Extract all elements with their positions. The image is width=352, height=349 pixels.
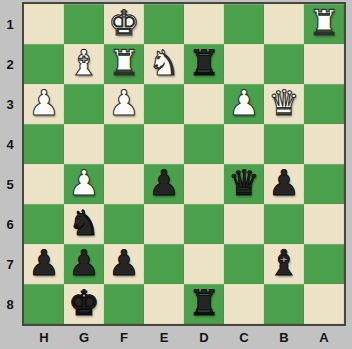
square-e2[interactable]: ♞: [144, 44, 184, 84]
square-d8[interactable]: ♜: [184, 284, 224, 324]
square-f1[interactable]: ♚: [104, 4, 144, 44]
rank-label-6: 6: [0, 204, 20, 244]
square-e6[interactable]: [144, 204, 184, 244]
black-rook[interactable]: ♜: [188, 43, 219, 83]
square-f6[interactable]: [104, 204, 144, 244]
square-c3[interactable]: ♟: [224, 84, 264, 124]
square-b7[interactable]: ♝: [264, 244, 304, 284]
square-g4[interactable]: [64, 124, 104, 164]
chess-board: ♚♜♝♜♞♜♟♟♟♛♟♟♛♟♞♟♟♟♝♚♜: [22, 2, 346, 326]
square-e3[interactable]: [144, 84, 184, 124]
square-b8[interactable]: [264, 284, 304, 324]
square-e7[interactable]: [144, 244, 184, 284]
file-label-g: G: [64, 326, 104, 349]
white-king[interactable]: ♚: [108, 3, 139, 43]
square-h7[interactable]: ♟: [24, 244, 64, 284]
square-d5[interactable]: [184, 164, 224, 204]
chess-diagram: 12345678 ♚♜♝♜♞♜♟♟♟♛♟♟♛♟♞♟♟♟♝♚♜ HGFEDCBA: [0, 0, 352, 349]
square-f5[interactable]: [104, 164, 144, 204]
file-label-h: H: [24, 326, 64, 349]
square-f8[interactable]: [104, 284, 144, 324]
white-queen[interactable]: ♛: [268, 83, 299, 123]
square-h8[interactable]: [24, 284, 64, 324]
square-e8[interactable]: [144, 284, 184, 324]
square-h3[interactable]: ♟: [24, 84, 64, 124]
file-label-e: E: [144, 326, 184, 349]
square-g3[interactable]: [64, 84, 104, 124]
white-rook[interactable]: ♜: [108, 43, 139, 83]
square-a3[interactable]: [304, 84, 344, 124]
square-e4[interactable]: [144, 124, 184, 164]
black-pawn[interactable]: ♟: [148, 163, 179, 203]
black-pawn[interactable]: ♟: [28, 243, 59, 283]
square-c1[interactable]: [224, 4, 264, 44]
white-pawn[interactable]: ♟: [228, 83, 259, 123]
square-g5[interactable]: ♟: [64, 164, 104, 204]
file-label-a: A: [304, 326, 344, 349]
file-label-b: B: [264, 326, 304, 349]
rank-label-7: 7: [0, 244, 20, 284]
square-h5[interactable]: [24, 164, 64, 204]
square-g7[interactable]: ♟: [64, 244, 104, 284]
square-b1[interactable]: [264, 4, 304, 44]
square-d4[interactable]: [184, 124, 224, 164]
square-h4[interactable]: [24, 124, 64, 164]
black-pawn[interactable]: ♟: [108, 243, 139, 283]
square-a4[interactable]: [304, 124, 344, 164]
square-d7[interactable]: [184, 244, 224, 284]
white-pawn[interactable]: ♟: [28, 83, 59, 123]
square-g6[interactable]: ♞: [64, 204, 104, 244]
square-c4[interactable]: [224, 124, 264, 164]
file-label-d: D: [184, 326, 224, 349]
square-d2[interactable]: ♜: [184, 44, 224, 84]
square-c6[interactable]: [224, 204, 264, 244]
square-c8[interactable]: [224, 284, 264, 324]
rank-label-8: 8: [0, 284, 20, 324]
square-f2[interactable]: ♜: [104, 44, 144, 84]
black-knight[interactable]: ♞: [68, 203, 99, 243]
file-labels: HGFEDCBA: [24, 326, 344, 349]
square-f4[interactable]: [104, 124, 144, 164]
white-bishop[interactable]: ♝: [68, 43, 99, 83]
file-label-f: F: [104, 326, 144, 349]
square-b6[interactable]: [264, 204, 304, 244]
square-h1[interactable]: [24, 4, 64, 44]
square-a2[interactable]: [304, 44, 344, 84]
rank-labels: 12345678: [0, 4, 22, 324]
white-pawn[interactable]: ♟: [108, 83, 139, 123]
square-g1[interactable]: [64, 4, 104, 44]
square-d3[interactable]: [184, 84, 224, 124]
square-f3[interactable]: ♟: [104, 84, 144, 124]
square-b5[interactable]: ♟: [264, 164, 304, 204]
white-knight[interactable]: ♞: [148, 43, 179, 83]
file-label-c: C: [224, 326, 264, 349]
black-rook[interactable]: ♜: [188, 283, 219, 323]
square-c7[interactable]: [224, 244, 264, 284]
square-a5[interactable]: [304, 164, 344, 204]
square-b3[interactable]: ♛: [264, 84, 304, 124]
black-bishop[interactable]: ♝: [268, 243, 299, 283]
rank-label-1: 1: [0, 4, 20, 44]
black-king[interactable]: ♚: [68, 283, 99, 323]
square-g2[interactable]: ♝: [64, 44, 104, 84]
white-pawn[interactable]: ♟: [68, 163, 99, 203]
rank-label-5: 5: [0, 164, 20, 204]
black-queen[interactable]: ♛: [228, 163, 259, 203]
square-h6[interactable]: [24, 204, 64, 244]
white-rook[interactable]: ♜: [308, 3, 339, 43]
square-e1[interactable]: [144, 4, 184, 44]
black-pawn[interactable]: ♟: [268, 163, 299, 203]
square-c5[interactable]: ♛: [224, 164, 264, 204]
square-a8[interactable]: [304, 284, 344, 324]
rank-label-4: 4: [0, 124, 20, 164]
square-f7[interactable]: ♟: [104, 244, 144, 284]
square-g8[interactable]: ♚: [64, 284, 104, 324]
black-pawn[interactable]: ♟: [68, 243, 99, 283]
square-h2[interactable]: [24, 44, 64, 84]
square-d6[interactable]: [184, 204, 224, 244]
square-a7[interactable]: [304, 244, 344, 284]
square-d1[interactable]: [184, 4, 224, 44]
rank-label-2: 2: [0, 44, 20, 84]
rank-label-3: 3: [0, 84, 20, 124]
square-a1[interactable]: ♜: [304, 4, 344, 44]
square-c2[interactable]: [224, 44, 264, 84]
square-b4[interactable]: [264, 124, 304, 164]
square-a6[interactable]: [304, 204, 344, 244]
square-e5[interactable]: ♟: [144, 164, 184, 204]
square-b2[interactable]: [264, 44, 304, 84]
